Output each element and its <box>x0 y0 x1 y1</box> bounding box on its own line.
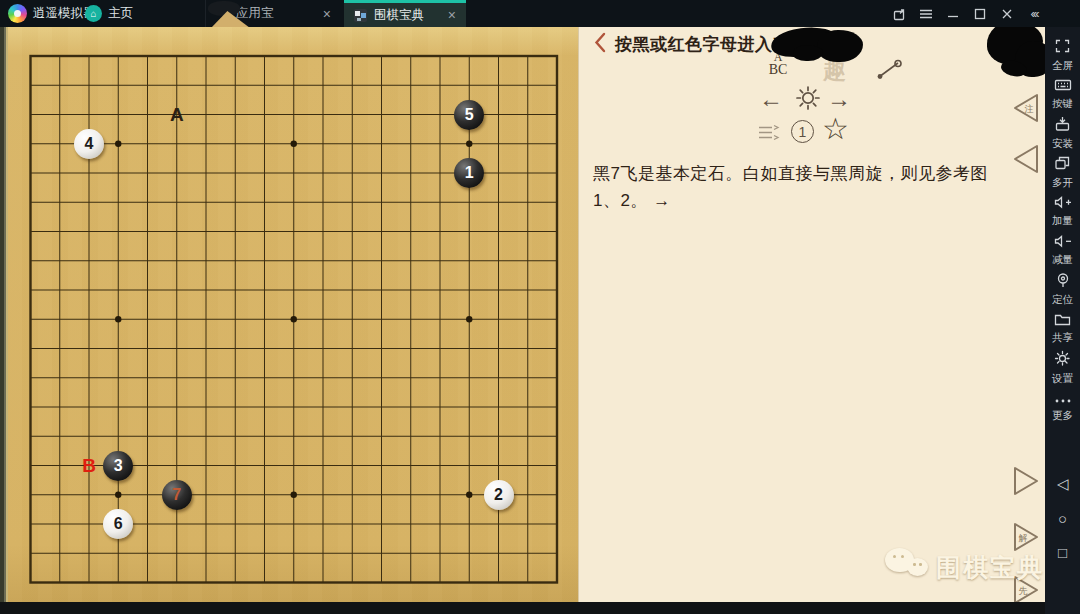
ink-smudge <box>793 45 823 61</box>
move-list-icon[interactable] <box>757 123 781 147</box>
fullscreen-icon <box>1054 38 1071 58</box>
menu-icon[interactable] <box>918 6 934 22</box>
go-board[interactable]: 1234567AB <box>8 27 578 602</box>
sidebar-item-label: 多开 <box>1052 177 1073 188</box>
tab-weiqibaodian-active[interactable]: 围棋宝典 × <box>344 0 466 27</box>
emulator-window: 逍遥模拟器 ⌂ 主页 应用宝 × 围棋宝典 × <box>0 0 1080 614</box>
stone-move-number: 2 <box>494 486 503 504</box>
stone-move-number: 5 <box>465 106 474 124</box>
apk-icon <box>1054 116 1071 136</box>
volume-up-icon <box>1054 195 1072 213</box>
watermark-logo-text: 围棋宝典 <box>936 551 1044 584</box>
stone-move-number: 1 <box>465 164 474 182</box>
variation-letter-B-C5[interactable]: B <box>82 456 96 475</box>
stone-black-5-Q17: 5 <box>454 100 484 130</box>
sidebar-item-volume-down[interactable]: 减量 <box>1045 230 1080 269</box>
variation-letter-A-F17[interactable]: A <box>170 105 184 124</box>
stone-black-7-F4: 7 <box>162 480 192 510</box>
settings-gear-icon[interactable] <box>793 83 823 117</box>
sidebar-item-multi[interactable]: 多开 <box>1045 152 1080 191</box>
android-nav-home-icon[interactable]: ○ <box>1045 501 1080 535</box>
home-icon: ⌂ <box>85 5 102 22</box>
android-nav-back-icon[interactable]: ◁ <box>1045 467 1080 501</box>
sidebar-item-more[interactable]: 更多 <box>1045 386 1080 425</box>
sidebar-item-settings[interactable]: 设置 <box>1045 347 1080 386</box>
ink-smudge <box>817 30 863 62</box>
sidebar-item-label: 全屏 <box>1052 60 1073 71</box>
move-number-toggle-icon[interactable]: 1 <box>791 120 814 143</box>
stone-move-number: 7 <box>172 486 181 504</box>
prev-move-icon[interactable]: ← <box>759 85 783 113</box>
tab-label: 围棋宝典 <box>374 7 424 24</box>
close-tab-icon[interactable]: × <box>323 7 331 21</box>
sidebar-item-keyboard[interactable]: 按键 <box>1045 74 1080 113</box>
stone-move-number: 4 <box>85 135 94 153</box>
stone-white-4-C16: 4 <box>74 129 104 159</box>
sidebar-item-label: 减量 <box>1052 254 1073 265</box>
sidebar-item-label: 设置 <box>1052 373 1073 384</box>
sidebar-item-label: 定位 <box>1052 294 1073 305</box>
favorite-star-icon[interactable]: ☆ <box>822 111 849 146</box>
sidebar-item-label: 安装 <box>1052 138 1073 149</box>
volume-down-icon <box>1054 234 1072 252</box>
back-icon[interactable] <box>593 32 607 58</box>
sidebar-item-fullscreen[interactable]: 全屏 <box>1045 35 1080 74</box>
window-left-edge <box>0 27 8 602</box>
next-move-icon[interactable]: → <box>827 85 851 113</box>
sidebar-item-volume-up[interactable]: 加量 <box>1045 191 1080 230</box>
commentary-panel: 按黑或红色字母进入变化 A BC 趣 ← → 1 ☆ 黑7飞是基本定石。白如直接… <box>578 27 1045 602</box>
stone-move-number: 3 <box>114 457 123 475</box>
keyboard-icon <box>1054 78 1072 96</box>
sidebar-item-apk[interactable]: 安装 <box>1045 113 1080 152</box>
window-bottom-bar <box>0 602 1045 614</box>
collapse-sidebar-icon[interactable]: ‹‹‹ <box>1026 6 1042 22</box>
sidebar-item-share[interactable]: 共享 <box>1045 308 1080 347</box>
edge-left-triangle-button[interactable] <box>1009 143 1043 176</box>
sidebar-item-label: 按键 <box>1052 98 1073 109</box>
commentary-text: 黑7飞是基本定石。白如直接与黑周旋，则见参考图1、2。 → <box>593 160 991 214</box>
stone-white-2-R4: 2 <box>484 480 514 510</box>
variation-branch-icon[interactable] <box>875 57 903 85</box>
stones-grid: 1234567AB <box>16 41 572 597</box>
boss-key-icon[interactable] <box>891 6 907 22</box>
memu-logo: 逍遥模拟器 <box>8 0 96 27</box>
more-icon <box>1054 390 1072 408</box>
sidebar-item-label: 共享 <box>1052 332 1073 343</box>
sidebar-item-label: 更多 <box>1052 410 1073 421</box>
minimize-icon[interactable] <box>945 6 961 22</box>
edge-left-triangle-button-注[interactable]: 注 <box>1009 92 1043 125</box>
settings-icon <box>1054 350 1071 371</box>
sidebar-item-label: 加量 <box>1052 215 1073 226</box>
wechat-icon <box>885 546 931 584</box>
edge-right-triangle-button[interactable] <box>1009 465 1043 498</box>
home-label: 主页 <box>108 5 133 22</box>
multi-icon <box>1054 155 1071 175</box>
stone-move-number: 6 <box>114 515 123 533</box>
window-controls: ‹‹‹ <box>891 0 1042 27</box>
emulator-sidebar: 全屏按键安装多开加量减量定位共享设置更多◁○□ <box>1045 27 1080 614</box>
android-nav-recents-icon[interactable]: □ <box>1045 535 1080 569</box>
memu-logo-icon <box>8 4 27 23</box>
ink-smudge <box>208 1 240 16</box>
location-icon <box>1055 272 1071 292</box>
stone-black-3-D5: 3 <box>103 451 133 481</box>
weiqibaodian-app-icon <box>354 9 367 22</box>
sidebar-item-location[interactable]: 定位 <box>1045 269 1080 308</box>
close-tab-icon[interactable]: × <box>448 8 456 22</box>
close-icon[interactable] <box>999 6 1015 22</box>
stone-white-6-D3: 6 <box>103 509 133 539</box>
share-icon <box>1054 312 1071 330</box>
stone-black-1-Q15: 1 <box>454 158 484 188</box>
tab-label: 应用宝 <box>236 5 274 22</box>
maximize-icon[interactable] <box>972 6 988 22</box>
edge-right-triangle-button-解[interactable]: 解 <box>1009 521 1043 554</box>
window-titlebar: 逍遥模拟器 ⌂ 主页 应用宝 × 围棋宝典 × <box>0 0 1080 27</box>
home-button[interactable]: ⌂ 主页 <box>85 0 133 27</box>
